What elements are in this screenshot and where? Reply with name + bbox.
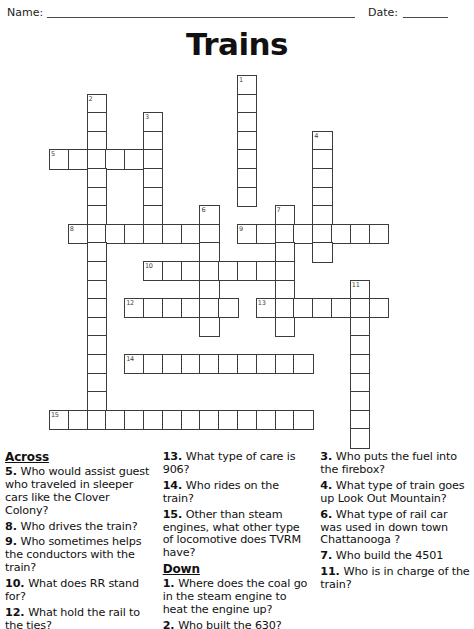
grid-cell[interactable]: [350, 354, 370, 374]
grid-cell[interactable]: [143, 298, 163, 318]
date-blank-line: [403, 5, 448, 18]
grid-cell[interactable]: 3: [143, 112, 163, 132]
crossword-worksheet: { "game": "crossword", "page": { "name_l…: [0, 0, 474, 629]
grid-cell[interactable]: [256, 261, 276, 281]
crossword-grid: 123456789101112131415: [49, 75, 388, 448]
grid-cell[interactable]: [162, 298, 182, 318]
grid-cell[interactable]: [199, 261, 219, 281]
grid-cell[interactable]: [181, 298, 201, 318]
grid-cell[interactable]: 4: [312, 131, 332, 151]
grid-cell[interactable]: [87, 261, 107, 281]
grid-cell[interactable]: [181, 261, 201, 281]
grid-cell[interactable]: [143, 168, 163, 188]
grid-cell[interactable]: [256, 354, 276, 374]
grid-cell[interactable]: [312, 298, 332, 318]
grid-cell[interactable]: [312, 168, 332, 188]
grid-cell[interactable]: 7: [275, 205, 295, 225]
grid-cell[interactable]: 11: [350, 280, 370, 300]
grid-cell[interactable]: [87, 354, 107, 374]
grid-cell[interactable]: 9: [237, 224, 257, 244]
grid-cell[interactable]: [218, 261, 238, 281]
grid-cell[interactable]: 8: [68, 224, 88, 244]
clue-number: 5.: [5, 465, 20, 478]
grid-cell[interactable]: [199, 410, 219, 430]
date-label: Date:: [368, 6, 398, 19]
grid-cell[interactable]: [312, 187, 332, 207]
cell-number: 8: [70, 225, 74, 233]
grid-cell[interactable]: [68, 410, 88, 430]
grid-cell[interactable]: [350, 317, 370, 337]
grid-cell[interactable]: 15: [49, 410, 69, 430]
clue-down-7: 7. Who build the 4501: [320, 550, 471, 563]
clue-across-5: 5. Who would assist guest who traveled i…: [5, 466, 156, 518]
clue-down-3: 3. Who puts the fuel into the firebox?: [320, 451, 471, 477]
grid-cell[interactable]: [275, 224, 295, 244]
grid-cell[interactable]: [275, 280, 295, 300]
grid-cell[interactable]: [87, 410, 107, 430]
clue-number: 9.: [5, 535, 20, 548]
grid-cell[interactable]: [143, 410, 163, 430]
grid-cell[interactable]: 12: [124, 298, 144, 318]
grid-cell[interactable]: [87, 131, 107, 151]
grid-cell[interactable]: [68, 149, 88, 169]
grid-cell[interactable]: 1: [237, 75, 257, 95]
cell-number: 3: [145, 113, 149, 121]
clue-down-2: 2. Who built the 630?: [163, 620, 314, 629]
grid-cell[interactable]: [293, 410, 313, 430]
grid-cell[interactable]: [143, 149, 163, 169]
clue-across-14: 14. Who rides on the train?: [163, 480, 314, 506]
clue-down-4: 4. What type of train goes up Look Out M…: [320, 480, 471, 506]
grid-cell[interactable]: [275, 410, 295, 430]
grid-cell[interactable]: [237, 168, 257, 188]
grid-cell[interactable]: [312, 205, 332, 225]
grid-cell[interactable]: [350, 410, 370, 430]
grid-cell[interactable]: [350, 224, 370, 244]
clue-number: 7.: [320, 549, 335, 562]
grid-cell[interactable]: [275, 261, 295, 281]
grid-cell[interactable]: [199, 298, 219, 318]
clue-number: 12.: [5, 606, 28, 619]
grid-cell[interactable]: [181, 410, 201, 430]
grid-cell[interactable]: [143, 205, 163, 225]
name-blank-line: [47, 5, 355, 18]
grid-cell[interactable]: [124, 410, 144, 430]
cell-number: 15: [51, 411, 59, 419]
grid-cell[interactable]: [199, 280, 219, 300]
clue-column-1: Across5. Who would assist guest who trav…: [5, 451, 156, 629]
grid-cell[interactable]: [124, 149, 144, 169]
cell-number: 14: [126, 355, 134, 363]
grid-cell[interactable]: [181, 354, 201, 374]
cell-number: 2: [89, 95, 93, 103]
grid-cell[interactable]: [256, 224, 276, 244]
grid-cell[interactable]: [143, 131, 163, 151]
clue-number: 3.: [320, 450, 335, 463]
grid-cell[interactable]: [350, 373, 370, 393]
grid-cell[interactable]: [350, 298, 370, 318]
grid-cell[interactable]: [369, 298, 389, 318]
grid-cell[interactable]: 6: [199, 205, 219, 225]
cell-number: 4: [314, 132, 318, 140]
clue-number: 14.: [163, 479, 186, 492]
clue-section-header-down: Down: [163, 563, 314, 576]
cell-number: 5: [51, 150, 55, 158]
clue-across-8: 8. Who drives the train?: [5, 521, 156, 534]
grid-cell[interactable]: [369, 224, 389, 244]
grid-cell[interactable]: [350, 428, 370, 448]
grid-cell[interactable]: [143, 354, 163, 374]
grid-cell[interactable]: [218, 298, 238, 318]
grid-cell[interactable]: [87, 298, 107, 318]
clue-number: 1.: [163, 577, 178, 590]
grid-cell[interactable]: [87, 335, 107, 355]
grid-cell[interactable]: [275, 317, 295, 337]
clue-number: 11.: [320, 565, 343, 578]
cell-number: 9: [239, 225, 243, 233]
cell-number: 6: [201, 206, 205, 214]
grid-cell[interactable]: [237, 187, 257, 207]
grid-cell[interactable]: [87, 224, 107, 244]
grid-cell[interactable]: [199, 224, 219, 244]
clue-number: 10.: [5, 577, 28, 590]
grid-cell[interactable]: [312, 224, 332, 244]
clue-column-2: 13. What type of care is 906?14. Who rid…: [163, 451, 314, 629]
grid-cell[interactable]: [293, 298, 313, 318]
grid-cell[interactable]: 5: [49, 149, 69, 169]
grid-cell[interactable]: [256, 410, 276, 430]
grid-cell[interactable]: [312, 242, 332, 262]
grid-cell[interactable]: 2: [87, 94, 107, 114]
grid-cell[interactable]: [312, 149, 332, 169]
grid-cell[interactable]: [275, 354, 295, 374]
clue-across-12: 12. What hold the rail to the ties?: [5, 607, 156, 629]
clue-down-1: 1. Where does the coal go in the steam e…: [163, 578, 314, 617]
clue-across-15: 15. Other than steam engines, what other…: [163, 509, 314, 561]
grid-cell[interactable]: [87, 112, 107, 132]
grid-cell[interactable]: [87, 317, 107, 337]
grid-cell[interactable]: [237, 354, 257, 374]
clue-number: 2.: [163, 619, 178, 629]
grid-cell[interactable]: [237, 131, 257, 151]
grid-cell[interactable]: [105, 410, 125, 430]
grid-cell[interactable]: [87, 149, 107, 169]
clue-across-13: 13. What type of care is 906?: [163, 451, 314, 477]
clue-number: 15.: [163, 508, 186, 521]
grid-cell[interactable]: [218, 410, 238, 430]
cell-number: 13: [258, 299, 266, 307]
grid-cell[interactable]: [237, 149, 257, 169]
grid-cell[interactable]: [331, 298, 351, 318]
grid-cell[interactable]: 10: [143, 261, 163, 281]
grid-cell[interactable]: [105, 224, 125, 244]
grid-cell[interactable]: [199, 354, 219, 374]
clue-number: 13.: [163, 450, 186, 463]
grid-cell[interactable]: [181, 224, 201, 244]
page-title: Trains: [0, 26, 474, 62]
clue-number: 8.: [5, 520, 20, 533]
grid-cell[interactable]: [275, 298, 295, 318]
clues: Across5. Who would assist guest who trav…: [5, 451, 471, 629]
clue-down-6: 6. What type of rail car was used in dow…: [320, 509, 471, 548]
cell-number: 12: [126, 299, 134, 307]
clue-across-10: 10. What does RR stand for?: [5, 578, 156, 604]
grid-cell[interactable]: [331, 224, 351, 244]
grid-cell[interactable]: [87, 280, 107, 300]
cell-number: 7: [277, 206, 281, 214]
grid-cell[interactable]: [350, 335, 370, 355]
cell-number: 11: [352, 281, 360, 289]
grid-cell[interactable]: [218, 354, 238, 374]
grid-cell[interactable]: [162, 224, 182, 244]
grid-cell[interactable]: [143, 224, 163, 244]
grid-cell[interactable]: [143, 187, 163, 207]
grid-cell[interactable]: 14: [124, 354, 144, 374]
grid-cell[interactable]: [87, 242, 107, 262]
grid-cell[interactable]: [350, 391, 370, 411]
grid-cell[interactable]: [87, 205, 107, 225]
clue-across-9: 9. Who sometimes helps the conductors wi…: [5, 536, 156, 575]
grid-cell[interactable]: [199, 242, 219, 262]
grid-cell[interactable]: [293, 354, 313, 374]
clue-down-11: 11. Who is in charge of the train?: [320, 566, 471, 592]
clue-number: 6.: [320, 508, 335, 521]
grid-cell[interactable]: [237, 112, 257, 132]
grid-cell[interactable]: [124, 224, 144, 244]
grid-cell[interactable]: [162, 354, 182, 374]
grid-cell[interactable]: [87, 373, 107, 393]
worksheet-header: Name: Date:: [7, 5, 448, 19]
name-label: Name:: [7, 6, 43, 19]
cell-number: 10: [145, 262, 153, 270]
grid-cell[interactable]: [275, 242, 295, 262]
grid-cell[interactable]: 13: [256, 298, 276, 318]
grid-cell[interactable]: [87, 168, 107, 188]
grid-cell[interactable]: [293, 224, 313, 244]
cell-number: 1: [239, 76, 243, 84]
grid-cell[interactable]: [162, 261, 182, 281]
grid-cell[interactable]: [105, 149, 125, 169]
clue-section-header-across: Across: [5, 451, 156, 464]
grid-cell[interactable]: [237, 94, 257, 114]
grid-cell[interactable]: [87, 391, 107, 411]
clue-number: 4.: [320, 479, 335, 492]
grid-cell[interactable]: [237, 410, 257, 430]
grid-cell[interactable]: [162, 410, 182, 430]
clue-column-3: 3. Who puts the fuel into the firebox?4.…: [320, 451, 471, 629]
grid-cell[interactable]: [87, 187, 107, 207]
grid-cell[interactable]: [237, 261, 257, 281]
grid-cell[interactable]: [199, 317, 219, 337]
